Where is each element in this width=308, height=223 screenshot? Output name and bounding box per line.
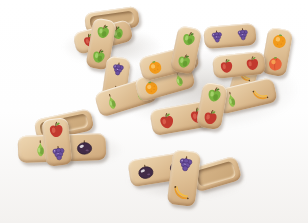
grapes-icon <box>48 143 69 164</box>
domino-tile-grapes-banana[interactable] <box>167 149 201 207</box>
plum-icon <box>74 137 94 157</box>
green-apple-icon <box>178 29 198 49</box>
domino-tile-red-apple-grapes[interactable] <box>42 117 73 166</box>
domino-tile-grapes-grapes[interactable] <box>203 23 257 49</box>
plum-icon <box>134 161 156 183</box>
orange-icon <box>145 56 166 77</box>
tile-back-recess <box>195 161 236 188</box>
grapes-icon <box>108 60 127 79</box>
banana-icon <box>250 82 272 104</box>
grapes-icon <box>175 153 197 175</box>
red-apple-icon <box>45 120 66 141</box>
red-apple-icon <box>200 107 221 128</box>
domino-tile-red-apple-red-apple[interactable] <box>212 51 266 79</box>
domino-tile-green-apple-green-apple[interactable] <box>169 25 202 75</box>
peach-icon <box>265 53 286 74</box>
green-apple-icon <box>204 84 225 105</box>
grapes-icon <box>208 28 225 45</box>
banana-icon <box>171 181 193 203</box>
pear-icon <box>100 90 122 112</box>
red-apple-icon <box>217 57 236 76</box>
grapes-icon <box>234 26 251 43</box>
table-surface <box>0 0 308 223</box>
domino-tile-orange-peach[interactable] <box>261 27 294 78</box>
red-apple-icon <box>243 54 262 73</box>
red-apple-icon <box>156 110 178 132</box>
green-apple-icon <box>174 51 194 71</box>
orange-icon <box>269 30 290 51</box>
domino-tile-green-apple-red-apple[interactable] <box>196 82 228 131</box>
green-apple-icon <box>93 22 113 42</box>
